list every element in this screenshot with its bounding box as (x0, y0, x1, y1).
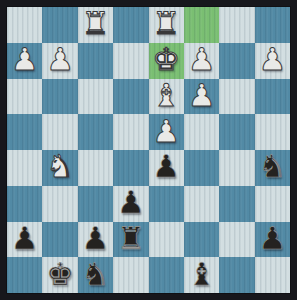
square-a7[interactable]: ♟ (7, 43, 42, 79)
square-a6[interactable] (7, 79, 42, 115)
square-c1[interactable]: ♞ (78, 257, 113, 293)
square-h7[interactable]: ♟ (255, 43, 290, 79)
black-pawn[interactable]: ♟ (117, 187, 145, 218)
square-d2[interactable]: ♜ (113, 222, 148, 258)
square-h4[interactable]: ♞ (255, 150, 290, 186)
square-g1[interactable] (219, 257, 254, 293)
black-pawn[interactable]: ♟ (82, 223, 110, 254)
square-f2[interactable] (184, 222, 219, 258)
black-pawn[interactable]: ♟ (258, 223, 286, 254)
square-e3[interactable] (149, 186, 184, 222)
square-a3[interactable] (7, 186, 42, 222)
white-pawn[interactable]: ♟ (152, 116, 180, 147)
square-f1[interactable]: ♝ (184, 257, 219, 293)
square-a4[interactable] (7, 150, 42, 186)
square-c7[interactable] (78, 43, 113, 79)
square-f5[interactable] (184, 114, 219, 150)
square-c6[interactable] (78, 79, 113, 115)
square-f7[interactable]: ♟ (184, 43, 219, 79)
square-h2[interactable]: ♟ (255, 222, 290, 258)
white-king[interactable]: ♚ (152, 44, 180, 75)
square-a1[interactable] (7, 257, 42, 293)
square-c3[interactable] (78, 186, 113, 222)
square-h6[interactable] (255, 79, 290, 115)
chess-board: ♜♜♟♟♚♟♟♝♟♟♞♟♞♟♟♟♜♟♚♞♝ (7, 7, 290, 293)
square-h8[interactable] (255, 7, 290, 43)
square-e7[interactable]: ♚ (149, 43, 184, 79)
square-a5[interactable] (7, 114, 42, 150)
square-b4[interactable]: ♞ (42, 150, 77, 186)
square-g3[interactable] (219, 186, 254, 222)
square-e8[interactable]: ♜ (149, 7, 184, 43)
square-e2[interactable] (149, 222, 184, 258)
black-pawn[interactable]: ♟ (152, 151, 180, 182)
square-e1[interactable] (149, 257, 184, 293)
square-h3[interactable] (255, 186, 290, 222)
white-bishop[interactable]: ♝ (152, 80, 180, 111)
white-pawn[interactable]: ♟ (188, 80, 216, 111)
square-g8[interactable] (219, 7, 254, 43)
white-rook[interactable]: ♜ (152, 8, 180, 39)
square-a2[interactable]: ♟ (7, 222, 42, 258)
square-b7[interactable]: ♟ (42, 43, 77, 79)
white-rook[interactable]: ♜ (82, 8, 110, 39)
square-d7[interactable] (113, 43, 148, 79)
square-c5[interactable] (78, 114, 113, 150)
square-g5[interactable] (219, 114, 254, 150)
square-d1[interactable] (113, 257, 148, 293)
square-e4[interactable]: ♟ (149, 150, 184, 186)
black-bishop[interactable]: ♝ (188, 259, 216, 290)
white-knight[interactable]: ♞ (46, 151, 74, 182)
square-h5[interactable] (255, 114, 290, 150)
square-h1[interactable] (255, 257, 290, 293)
square-a8[interactable] (7, 7, 42, 43)
square-b1[interactable]: ♚ (42, 257, 77, 293)
black-rook[interactable]: ♜ (117, 223, 145, 254)
white-pawn[interactable]: ♟ (188, 44, 216, 75)
square-b8[interactable] (42, 7, 77, 43)
square-e5[interactable]: ♟ (149, 114, 184, 150)
square-f3[interactable] (184, 186, 219, 222)
square-f8[interactable] (184, 7, 219, 43)
square-c8[interactable]: ♜ (78, 7, 113, 43)
square-d8[interactable] (113, 7, 148, 43)
black-king[interactable]: ♚ (46, 259, 74, 290)
square-d3[interactable]: ♟ (113, 186, 148, 222)
square-e6[interactable]: ♝ (149, 79, 184, 115)
square-b2[interactable] (42, 222, 77, 258)
white-pawn[interactable]: ♟ (11, 44, 39, 75)
square-g7[interactable] (219, 43, 254, 79)
black-pawn[interactable]: ♟ (11, 223, 39, 254)
square-d4[interactable] (113, 150, 148, 186)
square-b3[interactable] (42, 186, 77, 222)
square-f6[interactable]: ♟ (184, 79, 219, 115)
square-c4[interactable] (78, 150, 113, 186)
square-c2[interactable]: ♟ (78, 222, 113, 258)
square-b5[interactable] (42, 114, 77, 150)
black-knight[interactable]: ♞ (82, 259, 110, 290)
white-pawn[interactable]: ♟ (46, 44, 74, 75)
square-g4[interactable] (219, 150, 254, 186)
black-knight[interactable]: ♞ (258, 151, 286, 182)
square-b6[interactable] (42, 79, 77, 115)
square-g6[interactable] (219, 79, 254, 115)
white-pawn[interactable]: ♟ (258, 44, 286, 75)
square-d5[interactable] (113, 114, 148, 150)
square-f4[interactable] (184, 150, 219, 186)
square-d6[interactable] (113, 79, 148, 115)
square-g2[interactable] (219, 222, 254, 258)
